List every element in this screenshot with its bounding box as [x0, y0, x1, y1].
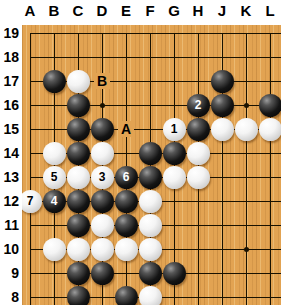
black-stone-D12	[91, 190, 114, 213]
point-L16[interactable]	[258, 93, 281, 117]
letter-marker-A: A	[118, 121, 134, 137]
board-intersections: B2A153674	[22, 25, 281, 305]
row-label-14: 14	[0, 141, 19, 165]
point-J17[interactable]	[210, 69, 234, 93]
black-stone-C14	[67, 142, 90, 165]
black-stone-C11	[67, 214, 90, 237]
row-label-13: 13	[0, 165, 19, 189]
row-label-17: 17	[0, 69, 19, 93]
row-labels: 1918171615141312111098	[0, 21, 19, 305]
col-label-C: C	[66, 0, 90, 25]
point-D15[interactable]	[90, 117, 114, 141]
point-F11[interactable]	[138, 213, 162, 237]
black-stone-C8	[67, 286, 90, 305]
white-stone-A12: 7	[22, 190, 42, 213]
row-label-16: 16	[0, 93, 19, 117]
point-E11[interactable]	[114, 213, 138, 237]
point-D10[interactable]	[90, 237, 114, 261]
black-stone-H15	[187, 118, 210, 141]
move-number-5: 5	[51, 171, 58, 183]
black-stone-C15	[67, 118, 90, 141]
point-D14[interactable]	[90, 141, 114, 165]
point-B13[interactable]: 5	[42, 165, 66, 189]
white-stone-H13	[187, 166, 210, 189]
point-G13[interactable]	[162, 165, 186, 189]
point-C13[interactable]	[66, 165, 90, 189]
row-label-8: 8	[0, 285, 19, 305]
black-stone-H16: 2	[187, 94, 210, 117]
point-D17[interactable]: B	[90, 69, 114, 93]
point-E12[interactable]	[114, 189, 138, 213]
point-H13[interactable]	[186, 165, 210, 189]
row-label-18: 18	[0, 45, 19, 69]
white-stone-F11	[139, 214, 162, 237]
point-B10[interactable]	[42, 237, 66, 261]
point-D12[interactable]	[90, 189, 114, 213]
white-stone-F12	[139, 190, 162, 213]
point-C15[interactable]	[66, 117, 90, 141]
white-stone-C17	[67, 70, 90, 93]
black-stone-F9	[139, 262, 162, 285]
white-stone-G13	[163, 166, 186, 189]
white-stone-C13	[67, 166, 90, 189]
point-C16[interactable]	[66, 93, 90, 117]
point-D9[interactable]	[90, 261, 114, 285]
col-label-E: E	[114, 0, 138, 25]
black-stone-D9	[91, 262, 114, 285]
point-C8[interactable]	[66, 285, 90, 305]
point-D11[interactable]	[90, 213, 114, 237]
white-stone-D11	[91, 214, 114, 237]
point-L15[interactable]	[258, 117, 281, 141]
white-stone-L15	[259, 118, 282, 141]
point-F12[interactable]	[138, 189, 162, 213]
black-stone-C16	[67, 94, 90, 117]
move-number-1: 1	[171, 123, 178, 135]
black-stone-C9	[67, 262, 90, 285]
black-stone-J16	[211, 94, 234, 117]
black-stone-E13: 6	[115, 166, 138, 189]
point-C11[interactable]	[66, 213, 90, 237]
white-stone-J15	[211, 118, 234, 141]
point-D13[interactable]: 3	[90, 165, 114, 189]
col-label-A: A	[18, 0, 42, 25]
black-stone-E11	[115, 214, 138, 237]
col-label-L: L	[258, 0, 281, 25]
white-stone-C10	[67, 238, 90, 261]
point-E8[interactable]	[114, 285, 138, 305]
col-label-K: K	[234, 0, 258, 25]
point-E10[interactable]	[114, 237, 138, 261]
go-board[interactable]: B2A153674	[22, 25, 281, 305]
black-stone-F13	[139, 166, 162, 189]
move-number-4: 4	[51, 195, 58, 207]
point-E13[interactable]: 6	[114, 165, 138, 189]
white-stone-K15	[235, 118, 258, 141]
row-label-11: 11	[0, 213, 19, 237]
row-label-10: 10	[0, 237, 19, 261]
white-stone-G15: 1	[163, 118, 186, 141]
point-F8[interactable]	[138, 285, 162, 305]
point-J15[interactable]	[210, 117, 234, 141]
col-label-B: B	[42, 0, 66, 25]
point-B17[interactable]	[42, 69, 66, 93]
move-number-7: 7	[27, 195, 34, 207]
white-stone-E10	[115, 238, 138, 261]
col-label-G: G	[162, 0, 186, 25]
point-A12[interactable]: 7	[22, 189, 42, 213]
point-F13[interactable]	[138, 165, 162, 189]
point-C12[interactable]	[66, 189, 90, 213]
point-H14[interactable]	[186, 141, 210, 165]
point-J16[interactable]	[210, 93, 234, 117]
point-G9[interactable]	[162, 261, 186, 285]
move-number-3: 3	[99, 171, 106, 183]
col-label-J: J	[210, 0, 234, 25]
row-label-19: 19	[0, 21, 19, 45]
white-stone-F8	[139, 286, 162, 305]
row-label-9: 9	[0, 261, 19, 285]
black-stone-B17	[43, 70, 66, 93]
black-stone-E8	[115, 286, 138, 305]
black-stone-B12: 4	[43, 190, 66, 213]
white-stone-B10	[43, 238, 66, 261]
point-G15[interactable]: 1	[162, 117, 186, 141]
black-stone-E12	[115, 190, 138, 213]
point-C10[interactable]	[66, 237, 90, 261]
col-label-D: D	[90, 0, 114, 25]
col-label-H: H	[186, 0, 210, 25]
point-F9[interactable]	[138, 261, 162, 285]
move-number-6: 6	[123, 171, 130, 183]
white-stone-D13: 3	[91, 166, 114, 189]
point-E15[interactable]: A	[114, 117, 138, 141]
black-stone-D15	[91, 118, 114, 141]
col-label-F: F	[138, 0, 162, 25]
black-stone-G14	[163, 142, 186, 165]
point-H15[interactable]	[186, 117, 210, 141]
point-F14[interactable]	[138, 141, 162, 165]
black-stone-C12	[67, 190, 90, 213]
black-stone-L16	[259, 94, 282, 117]
point-K15[interactable]	[234, 117, 258, 141]
row-label-15: 15	[0, 117, 19, 141]
white-stone-D10	[91, 238, 114, 261]
black-stone-J17	[211, 70, 234, 93]
point-H16[interactable]: 2	[186, 93, 210, 117]
point-C9[interactable]	[66, 261, 90, 285]
move-number-2: 2	[195, 99, 202, 111]
go-diagram: ABCDEFGHJKL 1918171615141312111098 B2A15…	[0, 0, 281, 305]
white-stone-D14	[91, 142, 114, 165]
black-stone-G9	[163, 262, 186, 285]
row-label-12: 12	[0, 189, 19, 213]
white-stone-H14	[187, 142, 210, 165]
point-C14[interactable]	[66, 141, 90, 165]
letter-marker-B: B	[94, 73, 110, 89]
white-stone-B13: 5	[43, 166, 66, 189]
point-B14[interactable]	[42, 141, 66, 165]
column-labels: ABCDEFGHJKL	[18, 0, 281, 25]
white-stone-B14	[43, 142, 66, 165]
point-C17[interactable]	[66, 69, 90, 93]
point-B12[interactable]: 4	[42, 189, 66, 213]
point-G14[interactable]	[162, 141, 186, 165]
white-stone-F10	[139, 238, 162, 261]
black-stone-F14	[139, 142, 162, 165]
point-F10[interactable]	[138, 237, 162, 261]
